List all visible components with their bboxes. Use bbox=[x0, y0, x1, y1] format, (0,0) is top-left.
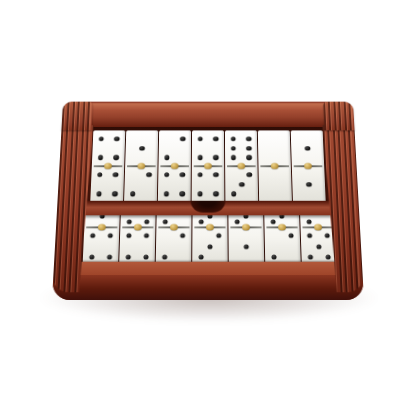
pip bbox=[231, 155, 236, 160]
pip bbox=[213, 172, 218, 177]
pip bbox=[306, 182, 311, 187]
pip bbox=[180, 233, 185, 238]
domino-box bbox=[52, 102, 364, 300]
brass-spinner bbox=[137, 163, 145, 169]
pip bbox=[213, 137, 218, 142]
pip bbox=[127, 219, 132, 224]
pip bbox=[163, 219, 168, 224]
brass-spinner bbox=[304, 163, 312, 169]
domino-tile-1-2 bbox=[124, 130, 158, 202]
pip bbox=[164, 172, 169, 177]
pip bbox=[239, 182, 244, 187]
pip bbox=[231, 146, 236, 151]
pip bbox=[107, 233, 112, 238]
pip bbox=[97, 172, 102, 177]
brass-spinner bbox=[104, 163, 112, 169]
pip bbox=[113, 172, 118, 177]
pip bbox=[90, 255, 95, 260]
brass-spinner bbox=[237, 163, 245, 169]
pip bbox=[213, 191, 218, 196]
pip bbox=[146, 172, 151, 177]
domino-row-top bbox=[90, 130, 326, 202]
pip bbox=[305, 146, 310, 151]
pip bbox=[114, 137, 119, 142]
pip bbox=[197, 191, 202, 196]
pip bbox=[235, 219, 240, 224]
pip bbox=[198, 172, 203, 177]
pip bbox=[139, 146, 144, 151]
domino-tile-1-1 bbox=[291, 130, 326, 202]
pip bbox=[288, 233, 293, 238]
pip bbox=[246, 155, 251, 160]
brass-spinner bbox=[314, 224, 322, 230]
pip bbox=[307, 219, 312, 224]
pip bbox=[198, 137, 203, 142]
pip bbox=[164, 191, 169, 196]
pip bbox=[208, 244, 213, 249]
pip bbox=[99, 137, 104, 142]
pip bbox=[307, 233, 312, 238]
pip bbox=[98, 155, 103, 160]
domino-tile-0-0 bbox=[258, 130, 292, 202]
brass-spinner bbox=[242, 224, 250, 230]
domino-tile-4-4 bbox=[192, 130, 225, 202]
pip bbox=[180, 172, 185, 177]
pip bbox=[325, 255, 330, 260]
pip bbox=[198, 155, 203, 160]
pip bbox=[143, 255, 148, 260]
pip bbox=[324, 233, 329, 238]
pip bbox=[144, 233, 149, 238]
brass-spinner bbox=[134, 224, 142, 230]
fluted-corner-post-right bbox=[323, 102, 354, 131]
domino-tile-2-4 bbox=[158, 130, 191, 202]
pip bbox=[180, 191, 185, 196]
fluted-corner-post-left bbox=[61, 102, 92, 131]
pip bbox=[127, 233, 132, 238]
finger-notch bbox=[191, 201, 226, 213]
pip bbox=[244, 244, 249, 249]
pip bbox=[216, 233, 221, 238]
front-rail-face bbox=[52, 275, 364, 300]
pip bbox=[246, 146, 251, 151]
pip bbox=[91, 233, 96, 238]
pip bbox=[112, 191, 117, 196]
brass-spinner bbox=[170, 224, 178, 230]
brass-spinner bbox=[98, 224, 106, 230]
pip bbox=[164, 155, 169, 160]
center-divider-rail bbox=[84, 201, 332, 216]
pip bbox=[213, 155, 218, 160]
brass-spinner bbox=[206, 224, 214, 230]
pip bbox=[247, 172, 252, 177]
pip bbox=[316, 244, 321, 249]
pip bbox=[163, 255, 168, 260]
pip bbox=[126, 255, 131, 260]
domino-tile-6-3 bbox=[225, 130, 258, 202]
pip bbox=[199, 255, 204, 260]
pip bbox=[272, 255, 277, 260]
pip bbox=[271, 219, 276, 224]
brass-spinner bbox=[204, 163, 212, 169]
brass-spinner bbox=[278, 224, 286, 230]
pip bbox=[180, 137, 185, 142]
back-rail bbox=[88, 103, 328, 127]
pip bbox=[231, 137, 236, 142]
pip bbox=[130, 191, 135, 196]
pip bbox=[96, 191, 101, 196]
pip bbox=[308, 255, 313, 260]
pip bbox=[246, 137, 251, 142]
product-photo-background bbox=[0, 0, 416, 416]
pip bbox=[113, 155, 118, 160]
brass-spinner bbox=[171, 163, 179, 169]
pip bbox=[231, 191, 236, 196]
domino-tile-4-4 bbox=[90, 130, 125, 202]
pip bbox=[107, 255, 112, 260]
pip bbox=[144, 219, 149, 224]
brass-spinner bbox=[271, 163, 279, 169]
pip bbox=[199, 219, 204, 224]
